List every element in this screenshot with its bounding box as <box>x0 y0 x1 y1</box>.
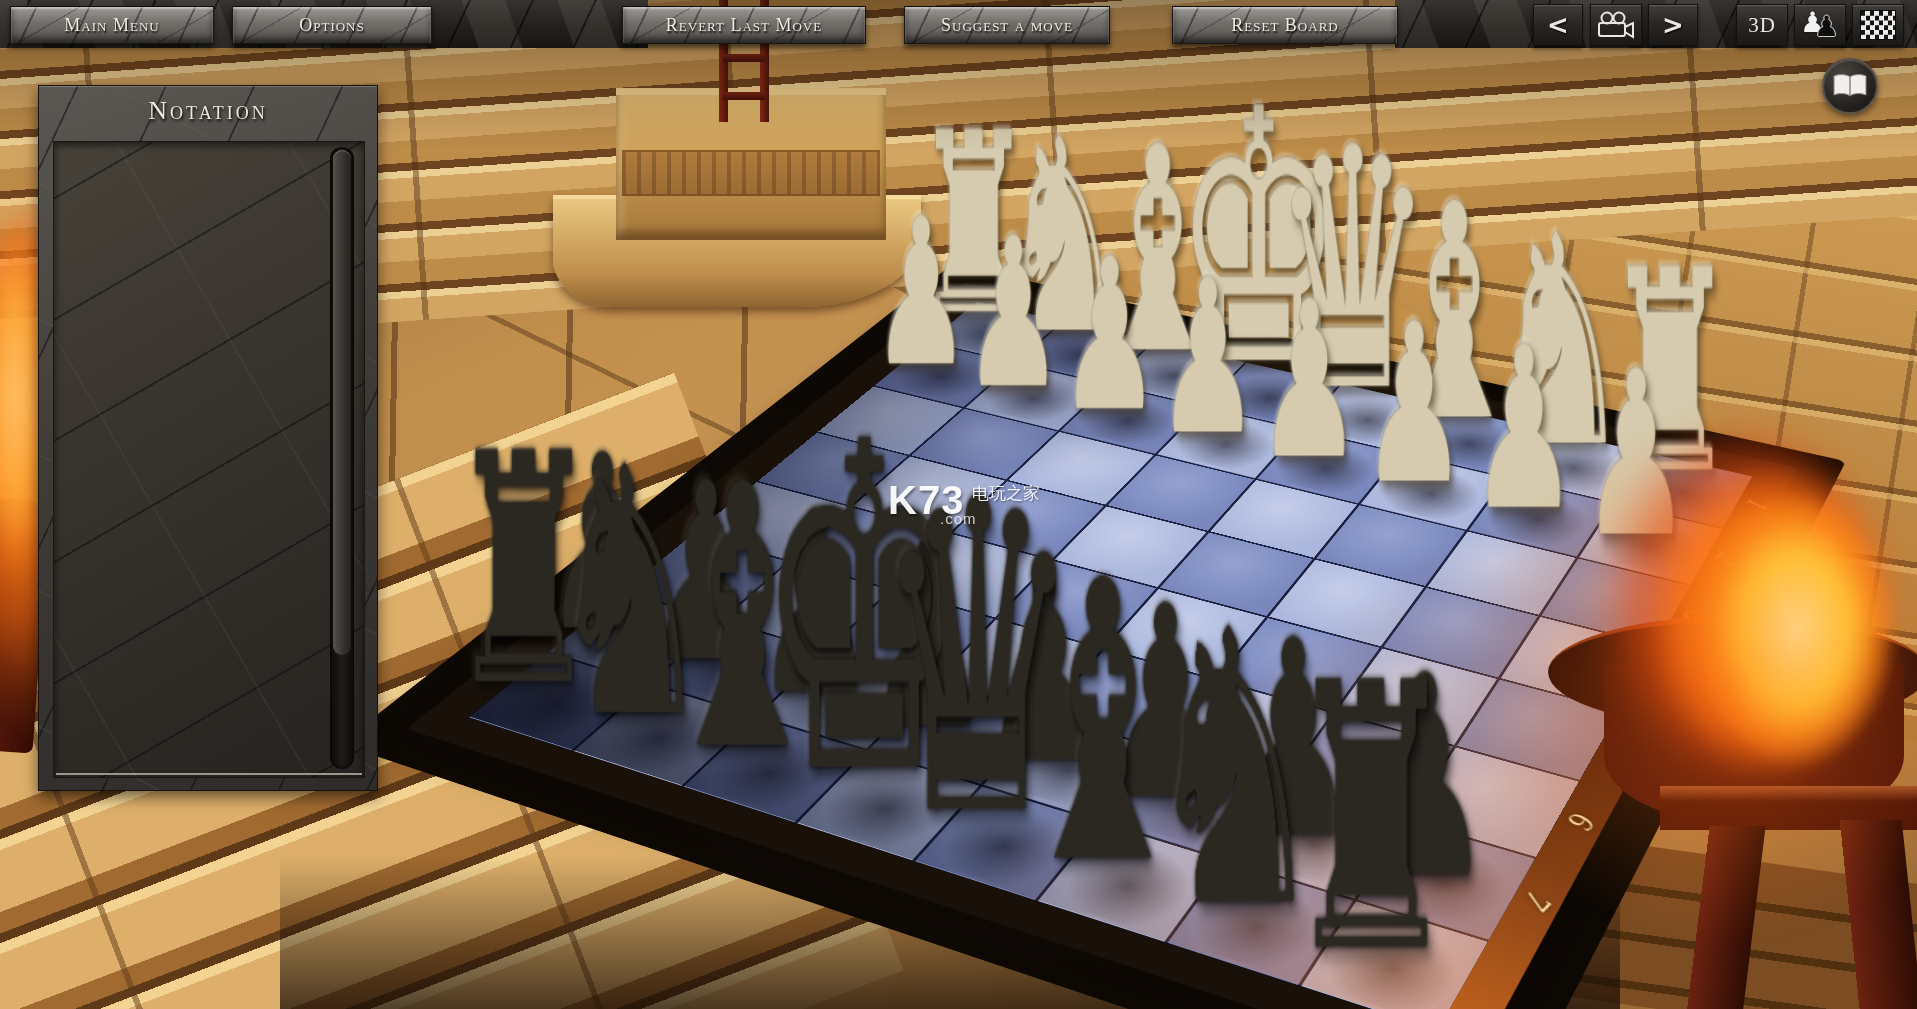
watermark-tagline: 电玩之家 <box>972 482 1040 505</box>
notation-book-button[interactable] <box>1822 58 1878 114</box>
camera-prev-button[interactable]: < <box>1533 4 1583 46</box>
chevron-left-icon: < <box>1547 10 1569 40</box>
game-screen: ♜♞♝♚♛♝♞♜♟♟♟♟♟♟♟♟♟♟♟♟♟♟♟♟♜♞♝♚♛♝♞♜ 1234567… <box>0 0 1917 1009</box>
chevron-right-icon: > <box>1662 10 1684 40</box>
watermark: K73 电玩之家 .com <box>888 478 1108 538</box>
notation-move-list[interactable] <box>53 141 365 778</box>
chess-pawns-icon: ♟♟ <box>1800 8 1840 42</box>
checkerboard-icon <box>1860 10 1896 40</box>
notation-title: Notation <box>39 96 377 126</box>
video-camera-icon <box>1597 11 1635 39</box>
suggest-a-move-button[interactable]: Suggest a move <box>904 6 1110 44</box>
view-3d-label: 3D <box>1748 13 1776 38</box>
view-3d-button[interactable]: 3D <box>1736 4 1788 46</box>
reset-board-button[interactable]: Reset Board <box>1172 6 1398 44</box>
piece-style-button[interactable]: ♟♟ <box>1794 4 1846 46</box>
notation-scrollbar-thumb[interactable] <box>333 150 351 655</box>
open-book-icon <box>1832 73 1868 99</box>
notation-panel: Notation <box>38 85 378 791</box>
watermark-domain: .com <box>940 510 977 527</box>
options-button[interactable]: Options <box>232 6 432 44</box>
notation-scrollbar[interactable] <box>330 147 354 769</box>
board-2d-button[interactable] <box>1852 4 1904 46</box>
camera-view-button[interactable] <box>1590 4 1642 46</box>
main-menu-button[interactable]: Main Menu <box>10 6 214 44</box>
revert-last-move-button[interactable]: Revert Last Move <box>622 6 866 44</box>
camera-next-button[interactable]: > <box>1648 4 1698 46</box>
